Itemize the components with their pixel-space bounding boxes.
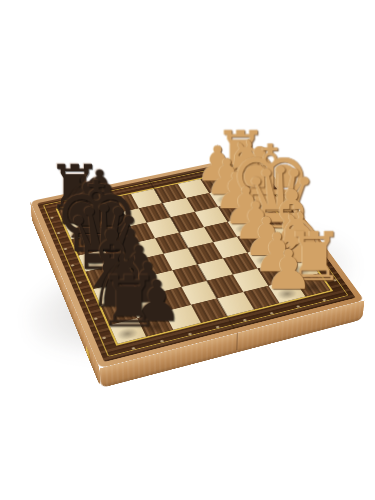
piece-black-rook[interactable]: ♜	[98, 266, 161, 336]
piece-white-pawn[interactable]: ♟	[264, 242, 313, 297]
chess-board: ♜♟♟♜♞♟♟♞♝♟♟♝♚♟♟♚♛♟♟♛♝♟♟♝♞♟♟♞♜♟♟♜	[30, 153, 364, 368]
chess-set-photo: ♜♟♟♜♞♟♟♞♝♟♟♝♚♟♟♚♛♟♟♛♝♟♟♝♞♟♟♞♜♟♟♜	[0, 0, 375, 500]
box-front-seam	[236, 333, 237, 350]
